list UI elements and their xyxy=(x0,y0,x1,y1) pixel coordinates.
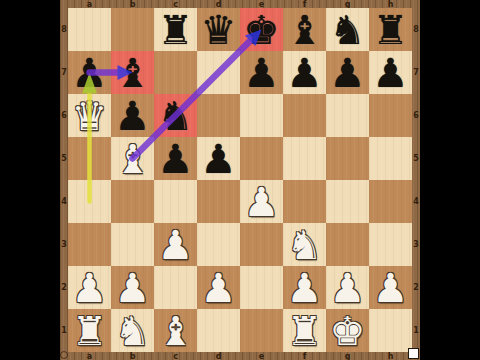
white-bishop-b5: ♝ xyxy=(111,137,154,180)
white-king-g1: ♚ xyxy=(326,309,369,352)
square-h3 xyxy=(369,223,412,266)
corner-circle-mark xyxy=(60,351,68,359)
square-c6: ♞ xyxy=(154,94,197,137)
coord-label-c: c xyxy=(154,352,197,360)
chess-board: abcdefgh abcdefgh 87654321 87654321 ♜♛♚♝… xyxy=(60,0,420,360)
black-pawn-f7: ♟ xyxy=(283,51,326,94)
square-f6 xyxy=(283,94,326,137)
coord-label-g: g xyxy=(326,352,369,360)
coord-label-5: 5 xyxy=(412,137,420,180)
square-e5 xyxy=(240,137,283,180)
coord-label-f: f xyxy=(283,352,326,360)
coord-label-8: 8 xyxy=(412,8,420,51)
white-pawn-f2: ♟ xyxy=(283,266,326,309)
coord-label-4: 4 xyxy=(60,180,68,223)
white-to-move-indicator xyxy=(408,348,419,359)
square-g1: ♚ xyxy=(326,309,369,352)
square-e6 xyxy=(240,94,283,137)
square-b1: ♞ xyxy=(111,309,154,352)
square-g6 xyxy=(326,94,369,137)
rank-labels-left: 87654321 xyxy=(60,8,68,352)
square-d4 xyxy=(197,180,240,223)
coord-label-5: 5 xyxy=(60,137,68,180)
square-c4 xyxy=(154,180,197,223)
square-d7 xyxy=(197,51,240,94)
square-g4 xyxy=(326,180,369,223)
black-knight-g8: ♞ xyxy=(326,8,369,51)
square-f3: ♞ xyxy=(283,223,326,266)
square-d8: ♛ xyxy=(197,8,240,51)
white-bishop-c1: ♝ xyxy=(154,309,197,352)
black-king-e8: ♚ xyxy=(240,8,283,51)
board-squares: ♜♛♚♝♞♜♟♝♟♟♟♟♛♟♞♝♟♟♟♟♞♟♟♟♟♟♟♜♞♝♜♚ xyxy=(68,8,412,352)
coord-label-1: 1 xyxy=(60,309,68,352)
square-c1: ♝ xyxy=(154,309,197,352)
black-knight-c6: ♞ xyxy=(154,94,197,137)
coord-label-6: 6 xyxy=(60,94,68,137)
coord-label-8: 8 xyxy=(60,8,68,51)
square-d3 xyxy=(197,223,240,266)
white-pawn-b2: ♟ xyxy=(111,266,154,309)
square-f4 xyxy=(283,180,326,223)
coord-label-b: b xyxy=(111,352,154,360)
square-d1 xyxy=(197,309,240,352)
black-pawn-e7: ♟ xyxy=(240,51,283,94)
square-c2 xyxy=(154,266,197,309)
coord-label-h: h xyxy=(369,352,412,360)
white-pawn-a2: ♟ xyxy=(68,266,111,309)
square-h2: ♟ xyxy=(369,266,412,309)
black-queen-d8: ♛ xyxy=(197,8,240,51)
black-bishop-b7: ♝ xyxy=(111,51,154,94)
square-f2: ♟ xyxy=(283,266,326,309)
coord-label-d: d xyxy=(197,352,240,360)
rank-labels-right: 87654321 xyxy=(412,8,420,352)
square-a2: ♟ xyxy=(68,266,111,309)
black-pawn-a7: ♟ xyxy=(68,51,111,94)
black-pawn-d5: ♟ xyxy=(197,137,240,180)
square-d5: ♟ xyxy=(197,137,240,180)
white-pawn-e4: ♟ xyxy=(240,180,283,223)
square-g5 xyxy=(326,137,369,180)
video-frame: abcdefgh abcdefgh 87654321 87654321 ♜♛♚♝… xyxy=(0,0,480,360)
white-pawn-h2: ♟ xyxy=(369,266,412,309)
black-pawn-g7: ♟ xyxy=(326,51,369,94)
white-rook-f1: ♜ xyxy=(283,309,326,352)
white-pawn-c3: ♟ xyxy=(154,223,197,266)
white-queen-a6: ♛ xyxy=(68,94,111,137)
square-g8: ♞ xyxy=(326,8,369,51)
square-b7: ♝ xyxy=(111,51,154,94)
square-c8: ♜ xyxy=(154,8,197,51)
square-h5 xyxy=(369,137,412,180)
square-b6: ♟ xyxy=(111,94,154,137)
square-a3 xyxy=(68,223,111,266)
white-pawn-d2: ♟ xyxy=(197,266,240,309)
square-a6: ♛ xyxy=(68,94,111,137)
square-e7: ♟ xyxy=(240,51,283,94)
square-f5 xyxy=(283,137,326,180)
square-d6 xyxy=(197,94,240,137)
square-g2: ♟ xyxy=(326,266,369,309)
white-rook-a1: ♜ xyxy=(68,309,111,352)
coord-label-6: 6 xyxy=(412,94,420,137)
square-a7: ♟ xyxy=(68,51,111,94)
square-f1: ♜ xyxy=(283,309,326,352)
square-c3: ♟ xyxy=(154,223,197,266)
coord-label-a: a xyxy=(68,352,111,360)
square-h8: ♜ xyxy=(369,8,412,51)
coord-label-3: 3 xyxy=(60,223,68,266)
black-bishop-f8: ♝ xyxy=(283,8,326,51)
square-f7: ♟ xyxy=(283,51,326,94)
file-labels-bottom: abcdefgh xyxy=(68,352,412,360)
coord-label-e: e xyxy=(240,352,283,360)
square-g3 xyxy=(326,223,369,266)
square-c5: ♟ xyxy=(154,137,197,180)
square-a4 xyxy=(68,180,111,223)
square-a8 xyxy=(68,8,111,51)
square-f8: ♝ xyxy=(283,8,326,51)
square-d2: ♟ xyxy=(197,266,240,309)
black-pawn-c5: ♟ xyxy=(154,137,197,180)
square-e3 xyxy=(240,223,283,266)
black-pawn-h7: ♟ xyxy=(369,51,412,94)
coord-label-7: 7 xyxy=(60,51,68,94)
square-b5: ♝ xyxy=(111,137,154,180)
coord-label-1: 1 xyxy=(412,309,420,352)
coord-label-3: 3 xyxy=(412,223,420,266)
black-rook-c8: ♜ xyxy=(154,8,197,51)
coord-label-2: 2 xyxy=(60,266,68,309)
square-h1 xyxy=(369,309,412,352)
square-b3 xyxy=(111,223,154,266)
square-a1: ♜ xyxy=(68,309,111,352)
square-e4: ♟ xyxy=(240,180,283,223)
file-labels-top: abcdefgh xyxy=(68,0,412,8)
square-b4 xyxy=(111,180,154,223)
square-g7: ♟ xyxy=(326,51,369,94)
square-h6 xyxy=(369,94,412,137)
square-e1 xyxy=(240,309,283,352)
coord-label-2: 2 xyxy=(412,266,420,309)
black-rook-h8: ♜ xyxy=(369,8,412,51)
square-b2: ♟ xyxy=(111,266,154,309)
coord-label-7: 7 xyxy=(412,51,420,94)
square-h4 xyxy=(369,180,412,223)
white-knight-f3: ♞ xyxy=(283,223,326,266)
square-c7 xyxy=(154,51,197,94)
square-e8: ♚ xyxy=(240,8,283,51)
white-pawn-g2: ♟ xyxy=(326,266,369,309)
square-e2 xyxy=(240,266,283,309)
square-b8 xyxy=(111,8,154,51)
black-pawn-b6: ♟ xyxy=(111,94,154,137)
coord-label-4: 4 xyxy=(412,180,420,223)
square-h7: ♟ xyxy=(369,51,412,94)
white-knight-b1: ♞ xyxy=(111,309,154,352)
square-a5 xyxy=(68,137,111,180)
